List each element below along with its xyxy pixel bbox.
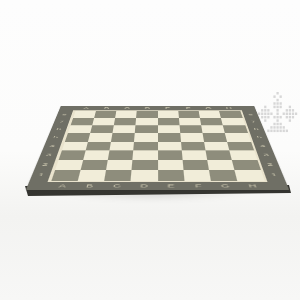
square-c5[interactable] xyxy=(111,133,135,141)
product-photo-scene: ABCDEFGH ABCDEFGH 87654321 87654321 xyxy=(0,0,300,300)
square-a2[interactable] xyxy=(54,159,82,169)
rank-label-7: 7 xyxy=(249,118,256,125)
file-label-d: D xyxy=(130,183,157,188)
square-b2[interactable] xyxy=(80,159,107,169)
square-h3[interactable] xyxy=(229,150,256,159)
square-a3[interactable] xyxy=(58,150,85,159)
file-label-e: E xyxy=(157,106,177,109)
square-d5[interactable] xyxy=(134,133,157,141)
rank-label-2: 2 xyxy=(265,159,274,169)
square-f5[interactable] xyxy=(180,133,204,141)
square-g8[interactable] xyxy=(198,111,220,118)
square-a7[interactable] xyxy=(70,118,94,125)
square-f4[interactable] xyxy=(180,141,205,150)
square-g4[interactable] xyxy=(204,141,230,150)
square-f2[interactable] xyxy=(182,159,209,169)
square-c1[interactable] xyxy=(104,169,132,180)
square-f3[interactable] xyxy=(181,150,207,159)
square-d7[interactable] xyxy=(135,118,157,125)
square-g6[interactable] xyxy=(201,125,225,133)
square-d4[interactable] xyxy=(133,141,157,150)
chess-board[interactable]: ABCDEFGH ABCDEFGH 87654321 87654321 xyxy=(25,105,288,189)
square-e5[interactable] xyxy=(157,133,180,141)
square-a8[interactable] xyxy=(72,111,95,118)
square-f6[interactable] xyxy=(179,125,202,133)
square-d3[interactable] xyxy=(132,150,157,159)
square-g3[interactable] xyxy=(205,150,231,159)
square-c3[interactable] xyxy=(107,150,133,159)
square-d2[interactable] xyxy=(131,159,157,169)
square-h1[interactable] xyxy=(234,169,264,180)
square-a5[interactable] xyxy=(64,133,89,141)
square-d8[interactable] xyxy=(136,111,157,118)
file-label-f: F xyxy=(177,106,198,109)
square-a6[interactable] xyxy=(67,125,92,133)
square-f8[interactable] xyxy=(178,111,200,118)
square-e2[interactable] xyxy=(157,159,183,169)
square-c8[interactable] xyxy=(115,111,137,118)
file-label-h: H xyxy=(238,183,266,188)
file-label-a: A xyxy=(48,183,76,188)
rank-label-4: 4 xyxy=(258,141,267,150)
square-g5[interactable] xyxy=(202,133,227,141)
square-h7[interactable] xyxy=(221,118,245,125)
file-label-f: F xyxy=(184,183,212,188)
rank-label-2: 2 xyxy=(40,159,49,169)
square-h8[interactable] xyxy=(219,111,242,118)
square-b1[interactable] xyxy=(77,169,106,180)
file-label-d: D xyxy=(137,106,157,109)
square-a4[interactable] xyxy=(61,141,87,150)
square-e6[interactable] xyxy=(157,125,180,133)
file-label-g: G xyxy=(211,183,239,188)
rank-label-5: 5 xyxy=(255,133,263,141)
square-h2[interactable] xyxy=(232,159,260,169)
rank-label-3: 3 xyxy=(261,150,270,159)
rank-label-8: 8 xyxy=(247,111,254,118)
board-squares-grid xyxy=(50,111,263,181)
square-g7[interactable] xyxy=(199,118,222,125)
file-label-b: B xyxy=(75,183,103,188)
square-e3[interactable] xyxy=(157,150,182,159)
square-c7[interactable] xyxy=(113,118,135,125)
square-g2[interactable] xyxy=(207,159,234,169)
file-label-e: E xyxy=(157,183,184,188)
square-e8[interactable] xyxy=(157,111,178,118)
square-h6[interactable] xyxy=(223,125,248,133)
square-h5[interactable] xyxy=(225,133,250,141)
file-labels-top: ABCDEFGH xyxy=(75,105,239,110)
square-h4[interactable] xyxy=(227,141,253,150)
square-b3[interactable] xyxy=(82,150,108,159)
square-d6[interactable] xyxy=(134,125,157,133)
square-b8[interactable] xyxy=(93,111,115,118)
file-label-a: A xyxy=(75,106,96,109)
square-a1[interactable] xyxy=(50,169,80,180)
square-b6[interactable] xyxy=(89,125,113,133)
square-e4[interactable] xyxy=(157,141,181,150)
square-f1[interactable] xyxy=(183,169,211,180)
rank-label-6: 6 xyxy=(54,125,62,133)
square-g1[interactable] xyxy=(208,169,237,180)
rank-label-1: 1 xyxy=(269,169,279,180)
square-b5[interactable] xyxy=(87,133,112,141)
square-e1[interactable] xyxy=(157,169,184,180)
rank-label-7: 7 xyxy=(57,118,64,125)
square-c6[interactable] xyxy=(112,125,135,133)
rank-label-3: 3 xyxy=(44,150,53,159)
square-c4[interactable] xyxy=(109,141,134,150)
file-label-b: B xyxy=(96,106,117,109)
file-label-h: H xyxy=(218,106,239,109)
square-f7[interactable] xyxy=(178,118,200,125)
square-e7[interactable] xyxy=(157,118,179,125)
chess-shop-watermark-pawn-icon xyxy=(258,92,298,133)
square-b7[interactable] xyxy=(91,118,114,125)
rank-label-1: 1 xyxy=(35,169,45,180)
rank-label-5: 5 xyxy=(51,133,59,141)
file-label-c: C xyxy=(102,183,130,188)
file-labels-bottom: ABCDEFGH xyxy=(47,181,267,189)
file-label-c: C xyxy=(116,106,137,109)
rank-label-4: 4 xyxy=(47,141,56,150)
square-b4[interactable] xyxy=(85,141,111,150)
file-label-g: G xyxy=(197,106,218,109)
square-c2[interactable] xyxy=(106,159,133,169)
rank-label-8: 8 xyxy=(60,111,67,118)
square-d1[interactable] xyxy=(130,169,157,180)
